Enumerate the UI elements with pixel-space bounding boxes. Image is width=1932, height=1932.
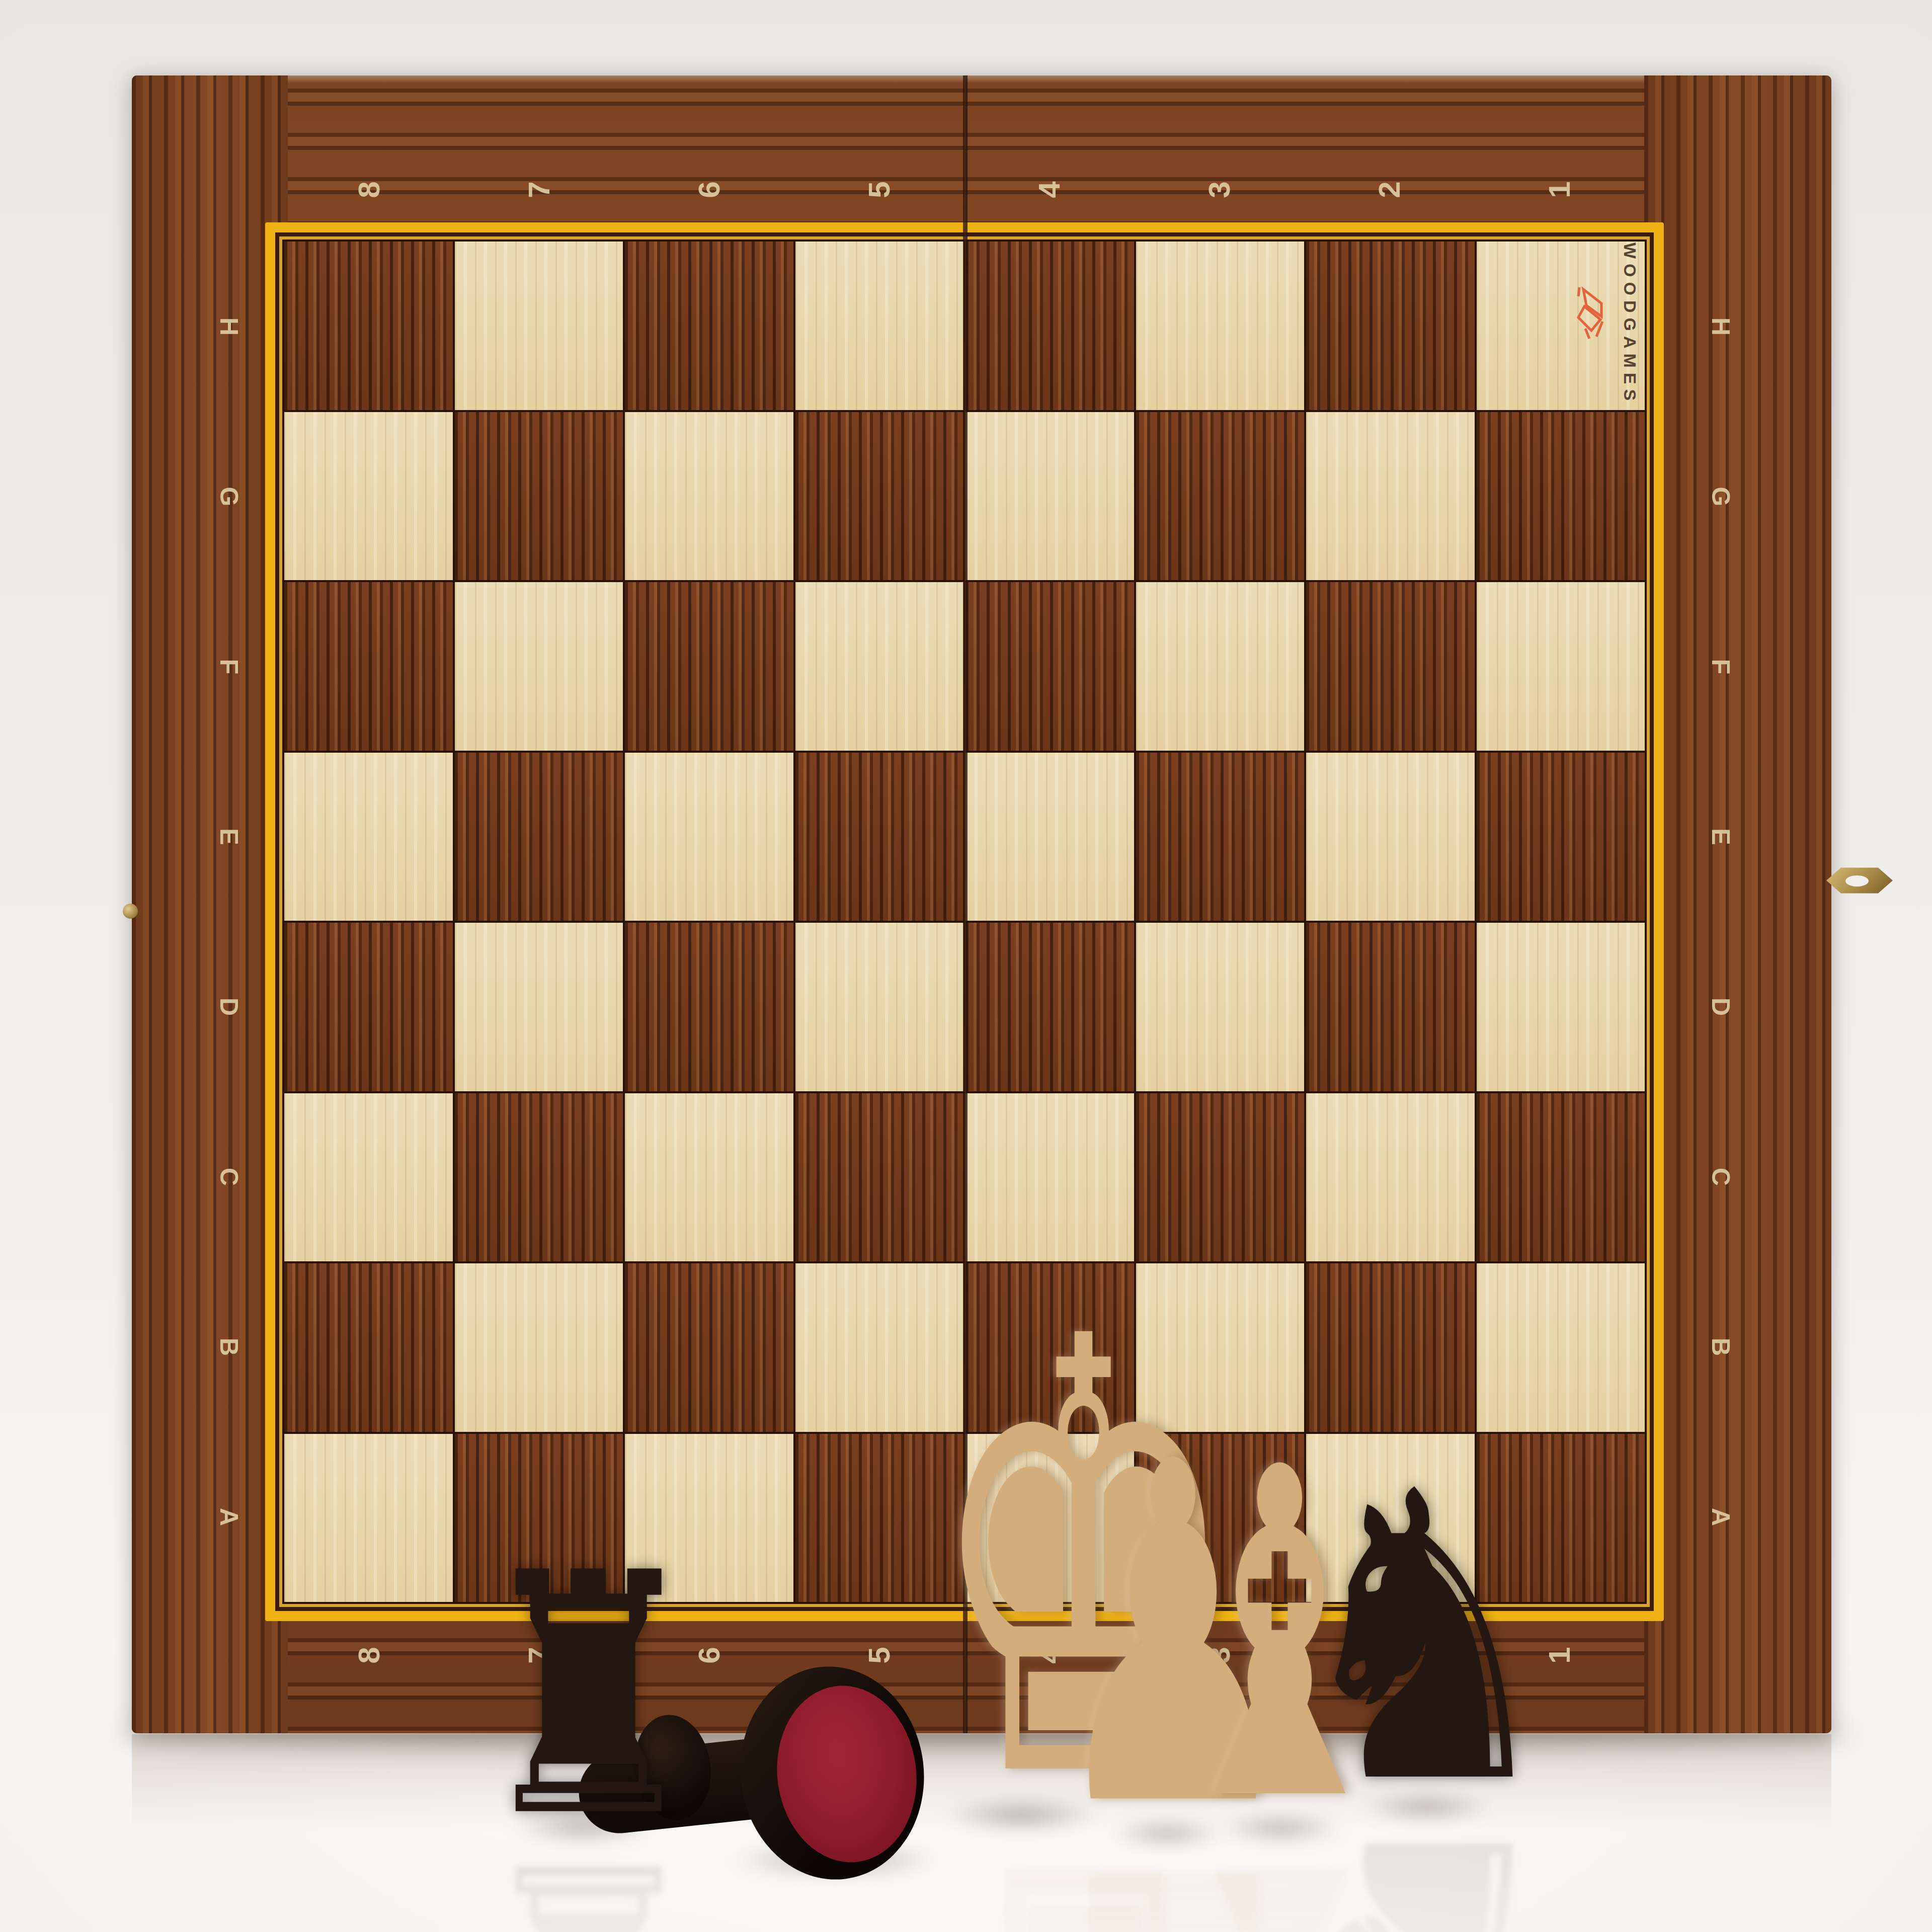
square-g3 <box>1136 412 1305 581</box>
file-label-left-C: C <box>216 1168 242 1186</box>
square-h8 <box>284 242 453 410</box>
file-label-right-E: E <box>1708 828 1733 845</box>
square-b7 <box>455 1263 623 1432</box>
file-label-left-A: A <box>216 1508 242 1526</box>
square-f4 <box>965 582 1134 751</box>
file-label-left-D: D <box>216 998 242 1016</box>
rank-label-top-4: 4 <box>1034 181 1065 198</box>
square-b8 <box>284 1263 453 1432</box>
rank-label-top-2: 2 <box>1375 181 1405 198</box>
square-g5 <box>795 412 964 581</box>
rank-label-top-7: 7 <box>524 181 554 198</box>
square-d6 <box>625 923 793 1091</box>
square-e2 <box>1306 753 1475 921</box>
file-label-right-G: G <box>1708 487 1733 507</box>
square-d7 <box>455 923 623 1091</box>
file-label-left-H: H <box>216 317 242 336</box>
black-rook: ♜ <box>387 1530 790 1862</box>
square-d2 <box>1306 923 1475 1091</box>
square-g8 <box>284 412 453 581</box>
rank-label-top-3: 3 <box>1204 181 1235 198</box>
square-e7 <box>455 753 623 921</box>
rank-label-top-1: 1 <box>1545 181 1575 198</box>
file-label-left-E: E <box>216 828 242 845</box>
square-g6 <box>625 412 793 581</box>
square-e6 <box>625 753 793 921</box>
square-h6 <box>625 242 793 410</box>
square-b6 <box>625 1263 793 1432</box>
square-f5 <box>795 582 964 751</box>
file-label-left-G: G <box>216 487 242 507</box>
square-e4 <box>965 753 1134 921</box>
square-e5 <box>795 753 964 921</box>
board-frame-right <box>1644 75 1831 1733</box>
file-label-left-B: B <box>216 1338 242 1356</box>
square-f7 <box>455 582 623 751</box>
square-h1 <box>1477 242 1645 410</box>
brass-hinge-pin-icon <box>123 904 138 919</box>
square-g2 <box>1306 412 1475 581</box>
file-label-right-F: F <box>1708 659 1733 675</box>
square-g1 <box>1477 412 1645 581</box>
file-label-right-H: H <box>1708 317 1733 336</box>
square-h3 <box>1136 242 1305 410</box>
rank-label-top-8: 8 <box>354 181 384 198</box>
square-f1 <box>1477 582 1645 751</box>
square-c6 <box>625 1093 793 1262</box>
square-f2 <box>1306 582 1475 751</box>
rank-label-bottom-8: 8 <box>354 1647 384 1663</box>
square-b1 <box>1477 1263 1645 1432</box>
square-e1 <box>1477 753 1645 921</box>
square-f6 <box>625 582 793 751</box>
woodgames-brand-text: WOODGAMES <box>1622 243 1639 383</box>
board-frame-left <box>132 75 288 1733</box>
square-d8 <box>284 923 453 1091</box>
square-d1 <box>1477 923 1645 1091</box>
square-e8 <box>284 753 453 921</box>
square-h4 <box>965 242 1134 410</box>
photo-stage: { "game": "chess", "description": "Foldi… <box>0 0 1932 1932</box>
square-d5 <box>795 923 964 1091</box>
square-h2 <box>1306 242 1475 410</box>
file-label-left-F: F <box>216 659 242 675</box>
square-d4 <box>965 923 1134 1091</box>
square-c2 <box>1306 1093 1475 1262</box>
square-f8 <box>284 582 453 751</box>
rank-label-top-5: 5 <box>864 181 895 198</box>
file-label-right-B: B <box>1708 1338 1733 1356</box>
square-c7 <box>455 1093 623 1262</box>
square-f3 <box>1136 582 1305 751</box>
square-g7 <box>455 412 623 581</box>
square-d3 <box>1136 923 1305 1091</box>
woodgames-logo-icon <box>1573 286 1612 342</box>
square-c8 <box>284 1093 453 1262</box>
file-label-right-D: D <box>1708 998 1733 1016</box>
brass-clasp-icon <box>1826 864 1893 897</box>
square-g4 <box>965 412 1134 581</box>
file-label-right-A: A <box>1708 1508 1733 1526</box>
rank-label-top-6: 6 <box>694 181 725 198</box>
square-h7 <box>455 242 623 410</box>
square-h5 <box>795 242 964 410</box>
square-c1 <box>1477 1093 1645 1262</box>
square-e3 <box>1136 753 1305 921</box>
black-knight: ♞ <box>1223 1440 1625 1838</box>
file-label-right-C: C <box>1708 1168 1733 1186</box>
